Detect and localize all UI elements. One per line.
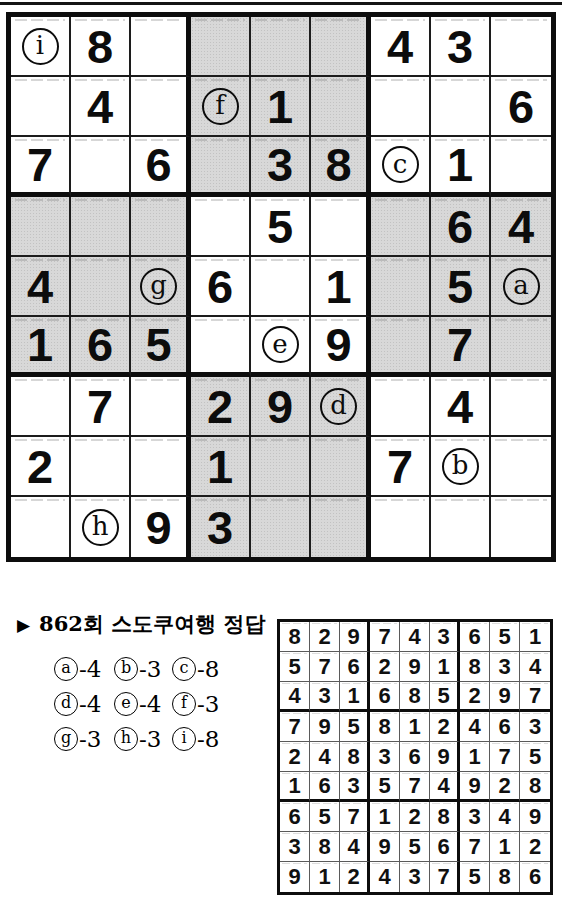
puzzle-cell-r7c3	[131, 377, 191, 437]
solution-cell-r8c2: 8	[310, 832, 340, 862]
puzzle-cell-r6c6: 9	[311, 317, 371, 377]
puzzle-cell-r7c1	[11, 377, 71, 437]
puzzle-cell-r5c7	[371, 257, 431, 317]
solution-cell-r3c4: 6	[370, 682, 400, 712]
circled-letter-f: f	[202, 88, 239, 125]
solution-cell-r7c8: 4	[490, 802, 520, 832]
answer-value-b: -3	[139, 656, 161, 682]
puzzle-cell-r1c3	[131, 17, 191, 77]
circled-letter-i: i	[172, 727, 196, 751]
puzzle-cell-r5c8: 5	[431, 257, 491, 317]
puzzle-cell-r5c9: a	[491, 257, 551, 317]
circled-letter-b: b	[114, 657, 138, 681]
circled-letter-c: c	[172, 657, 196, 681]
solution-cell-r4c4: 8	[370, 712, 400, 742]
solution-cell-r7c3: 7	[340, 802, 370, 832]
solution-cell-r3c7: 2	[460, 682, 490, 712]
solution-cell-r2c9: 4	[520, 652, 550, 682]
puzzle-cell-r5c3: g	[131, 257, 191, 317]
sudoku-solution-grid: 8297436515762918344316852977958124632483…	[277, 619, 553, 895]
puzzle-cell-r9c5	[251, 497, 311, 557]
answer-value-h: -3	[139, 726, 161, 752]
puzzle-cell-r7c5: 9	[251, 377, 311, 437]
puzzle-cell-r7c7	[371, 377, 431, 437]
puzzle-cell-r4c1	[11, 197, 71, 257]
puzzle-cell-r4c8: 6	[431, 197, 491, 257]
answer-marker-icon: ▶	[17, 617, 30, 634]
puzzle-cell-r9c7	[371, 497, 431, 557]
answer-value-f: -3	[197, 691, 219, 717]
puzzle-cell-r7c4: 2	[191, 377, 251, 437]
puzzle-cell-r8c4: 1	[191, 437, 251, 497]
solution-cell-r1c7: 6	[460, 622, 490, 652]
circled-letter-c: c	[382, 146, 419, 183]
puzzle-cell-r8c7: 7	[371, 437, 431, 497]
solution-cell-r5c2: 4	[310, 742, 340, 772]
solution-cell-r9c3: 2	[340, 862, 370, 892]
puzzle-cell-r5c2	[71, 257, 131, 317]
circled-letter-e: e	[262, 326, 299, 363]
puzzle-cell-r5c4: 6	[191, 257, 251, 317]
solution-cell-r3c5: 8	[400, 682, 430, 712]
puzzle-cell-r4c4	[191, 197, 251, 257]
solution-cell-r2c5: 9	[400, 652, 430, 682]
solution-cell-r1c4: 7	[370, 622, 400, 652]
puzzle-cell-r1c8: 3	[431, 17, 491, 77]
answer-value-d: -4	[79, 691, 101, 717]
solution-cell-r4c6: 2	[430, 712, 460, 742]
puzzle-cell-r4c9: 4	[491, 197, 551, 257]
puzzle-cell-r2c4: f	[191, 77, 251, 137]
solution-cell-r8c4: 9	[370, 832, 400, 862]
solution-cell-r3c8: 9	[490, 682, 520, 712]
solution-cell-r6c2: 6	[310, 772, 340, 802]
answer-value-c: -8	[197, 656, 219, 682]
solution-cell-r2c3: 6	[340, 652, 370, 682]
puzzle-cell-r6c4	[191, 317, 251, 377]
puzzle-cell-r5c5	[251, 257, 311, 317]
puzzle-cell-r4c7	[371, 197, 431, 257]
solution-cell-r2c2: 7	[310, 652, 340, 682]
circled-letter-h: h	[82, 509, 119, 546]
solution-cell-r9c9: 6	[520, 862, 550, 892]
puzzle-cell-r1c2: 8	[71, 17, 131, 77]
solution-cell-r8c3: 4	[340, 832, 370, 862]
answer-value-e: -4	[139, 691, 161, 717]
solution-cell-r1c5: 4	[400, 622, 430, 652]
solution-cell-r7c7: 3	[460, 802, 490, 832]
puzzle-cell-r7c8: 4	[431, 377, 491, 437]
puzzle-cell-r2c2: 4	[71, 77, 131, 137]
puzzle-cell-r4c6	[311, 197, 371, 257]
solution-cell-r4c1: 7	[280, 712, 310, 742]
puzzle-cell-r9c2: h	[71, 497, 131, 557]
solution-cell-r5c6: 9	[430, 742, 460, 772]
puzzle-cell-r9c3: 9	[131, 497, 191, 557]
puzzle-cell-r2c3	[131, 77, 191, 137]
solution-cell-r3c2: 3	[310, 682, 340, 712]
solution-cell-r1c9: 1	[520, 622, 550, 652]
solution-cell-r6c5: 7	[400, 772, 430, 802]
puzzle-cell-r1c1: i	[11, 17, 71, 77]
solution-cell-r4c5: 1	[400, 712, 430, 742]
puzzle-cell-r6c8: 7	[431, 317, 491, 377]
solution-cell-r7c1: 6	[280, 802, 310, 832]
answer-heading: ▶ 862회 스도쿠여행 정답	[17, 610, 266, 638]
puzzle-cell-r3c8: 1	[431, 137, 491, 197]
solution-cell-r8c6: 6	[430, 832, 460, 862]
solution-cell-r5c4: 3	[370, 742, 400, 772]
solution-cell-r9c7: 5	[460, 862, 490, 892]
puzzle-cell-r2c6	[311, 77, 371, 137]
solution-cell-r6c6: 4	[430, 772, 460, 802]
answer-key-entry-d: d-4	[54, 691, 114, 717]
solution-cell-r5c1: 2	[280, 742, 310, 772]
solution-cell-r3c6: 5	[430, 682, 460, 712]
puzzle-cell-r1c5	[251, 17, 311, 77]
solution-cell-r1c8: 5	[490, 622, 520, 652]
solution-cell-r2c8: 3	[490, 652, 520, 682]
solution-cell-r9c4: 4	[370, 862, 400, 892]
puzzle-cell-r2c8	[431, 77, 491, 137]
circled-letter-i: i	[22, 28, 59, 65]
solution-cell-r4c2: 9	[310, 712, 340, 742]
puzzle-cell-r9c1	[11, 497, 71, 557]
puzzle-cell-r3c1: 7	[11, 137, 71, 197]
puzzle-cell-r1c6	[311, 17, 371, 77]
puzzle-cell-r3c5: 3	[251, 137, 311, 197]
puzzle-cell-r4c3	[131, 197, 191, 257]
answer-key-entry-b: b-3	[114, 656, 172, 682]
solution-cell-r4c9: 3	[520, 712, 550, 742]
solution-cell-r9c1: 9	[280, 862, 310, 892]
solution-cell-r5c9: 5	[520, 742, 550, 772]
circled-letter-d: d	[54, 692, 78, 716]
puzzle-cell-r9c8	[431, 497, 491, 557]
answer-key-entry-e: e-4	[114, 691, 172, 717]
puzzle-cell-r8c8: b	[431, 437, 491, 497]
solution-cell-r2c1: 5	[280, 652, 310, 682]
solution-cell-r6c8: 2	[490, 772, 520, 802]
solution-cell-r7c5: 2	[400, 802, 430, 832]
puzzle-cell-r5c6: 1	[311, 257, 371, 317]
solution-cell-r8c9: 2	[520, 832, 550, 862]
answer-key-entry-c: c-8	[172, 656, 230, 682]
solution-cell-r5c3: 8	[340, 742, 370, 772]
solution-cell-r4c7: 4	[460, 712, 490, 742]
solution-cell-r8c1: 3	[280, 832, 310, 862]
puzzle-cell-r9c9	[491, 497, 551, 557]
puzzle-cell-r2c5: 1	[251, 77, 311, 137]
solution-cell-r1c3: 9	[340, 622, 370, 652]
puzzle-cell-r8c3	[131, 437, 191, 497]
solution-cell-r5c8: 7	[490, 742, 520, 772]
solution-cell-r6c4: 5	[370, 772, 400, 802]
puzzle-cell-r7c6: d	[311, 377, 371, 437]
puzzle-cell-r6c7	[371, 317, 431, 377]
solution-cell-r6c1: 1	[280, 772, 310, 802]
puzzle-cell-r1c4	[191, 17, 251, 77]
puzzle-cell-r3c7: c	[371, 137, 431, 197]
solution-cell-r7c9: 9	[520, 802, 550, 832]
puzzle-cell-r1c7: 4	[371, 17, 431, 77]
puzzle-cell-r9c6	[311, 497, 371, 557]
answer-key-entry-i: i-8	[172, 726, 230, 752]
answer-value-g: -3	[79, 726, 101, 752]
solution-cell-r9c5: 3	[400, 862, 430, 892]
puzzle-cell-r6c1: 1	[11, 317, 71, 377]
circled-letter-a: a	[54, 657, 78, 681]
circled-letter-e: e	[114, 692, 138, 716]
circled-letter-g: g	[140, 268, 177, 305]
solution-cell-r8c7: 7	[460, 832, 490, 862]
puzzle-cell-r7c2: 7	[71, 377, 131, 437]
solution-cell-r3c1: 4	[280, 682, 310, 712]
solution-cell-r7c2: 5	[310, 802, 340, 832]
solution-cell-r5c7: 1	[460, 742, 490, 772]
solution-cell-r4c3: 5	[340, 712, 370, 742]
circled-letter-h: h	[114, 727, 138, 751]
solution-cell-r2c6: 1	[430, 652, 460, 682]
solution-cell-r7c6: 8	[430, 802, 460, 832]
answer-heading-text: 862회 스도쿠여행 정답	[39, 610, 265, 638]
solution-cell-r1c6: 3	[430, 622, 460, 652]
answer-key-entry-h: h-3	[114, 726, 172, 752]
solution-cell-r1c2: 2	[310, 622, 340, 652]
solution-cell-r3c3: 1	[340, 682, 370, 712]
puzzle-cell-r6c9	[491, 317, 551, 377]
solution-cell-r8c5: 5	[400, 832, 430, 862]
solution-cell-r6c7: 9	[460, 772, 490, 802]
solution-cell-r9c6: 7	[430, 862, 460, 892]
puzzle-cell-r6c3: 5	[131, 317, 191, 377]
puzzle-cell-r2c7	[371, 77, 431, 137]
solution-cell-r4c8: 6	[490, 712, 520, 742]
solution-cell-r6c9: 8	[520, 772, 550, 802]
solution-cell-r8c8: 1	[490, 832, 520, 862]
puzzle-cell-r8c1: 2	[11, 437, 71, 497]
puzzle-cell-r8c6	[311, 437, 371, 497]
answer-key-entry-a: a-4	[54, 656, 114, 682]
solution-cell-r2c4: 2	[370, 652, 400, 682]
solution-cell-r2c7: 8	[460, 652, 490, 682]
puzzle-cell-r1c9	[491, 17, 551, 77]
circled-letter-g: g	[54, 727, 78, 751]
puzzle-cell-r9c4: 3	[191, 497, 251, 557]
puzzle-cell-r6c2: 6	[71, 317, 131, 377]
puzzle-cell-r8c5	[251, 437, 311, 497]
puzzle-cell-r4c2	[71, 197, 131, 257]
solution-cell-r7c4: 1	[370, 802, 400, 832]
answer-key-grid: a-4b-3c-8d-4e-4f-3g-3h-3i-8	[54, 651, 230, 756]
puzzle-cell-r3c2	[71, 137, 131, 197]
sudoku-puzzle-grid: i8434f167638c15644g615a165e97729d4217bh9…	[6, 12, 556, 562]
solution-cell-r6c3: 3	[340, 772, 370, 802]
puzzle-cell-r8c9	[491, 437, 551, 497]
answer-value-a: -4	[79, 656, 101, 682]
circled-letter-a: a	[503, 268, 540, 305]
solution-cell-r9c8: 8	[490, 862, 520, 892]
puzzle-cell-r7c9	[491, 377, 551, 437]
circled-letter-d: d	[320, 388, 357, 425]
solution-cell-r9c2: 1	[310, 862, 340, 892]
top-rule-divider	[0, 2, 562, 5]
solution-cell-r1c1: 8	[280, 622, 310, 652]
puzzle-cell-r6c5: e	[251, 317, 311, 377]
puzzle-cell-r2c1	[11, 77, 71, 137]
answer-key-entry-f: f-3	[172, 691, 230, 717]
circled-letter-f: f	[172, 692, 196, 716]
solution-cell-r3c9: 7	[520, 682, 550, 712]
puzzle-cell-r8c2	[71, 437, 131, 497]
puzzle-cell-r3c4	[191, 137, 251, 197]
puzzle-cell-r4c5: 5	[251, 197, 311, 257]
answer-key-entry-g: g-3	[54, 726, 114, 752]
solution-cell-r5c5: 6	[400, 742, 430, 772]
puzzle-cell-r5c1: 4	[11, 257, 71, 317]
puzzle-cell-r2c9: 6	[491, 77, 551, 137]
circled-letter-b: b	[442, 448, 479, 485]
puzzle-cell-r3c6: 8	[311, 137, 371, 197]
puzzle-cell-r3c9	[491, 137, 551, 197]
puzzle-cell-r3c3: 6	[131, 137, 191, 197]
answer-value-i: -8	[197, 726, 219, 752]
